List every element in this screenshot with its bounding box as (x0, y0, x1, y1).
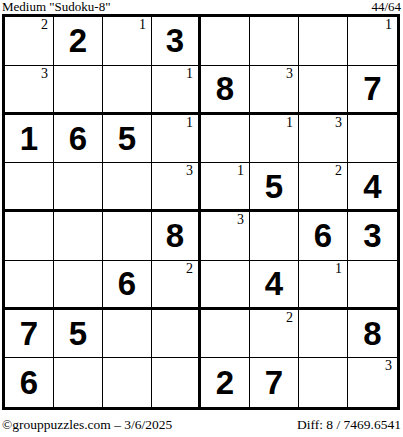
pencil-mark: 1 (237, 163, 244, 179)
pencil-mark: 2 (186, 261, 193, 277)
cell-r3c1[interactable]: 1 (5, 115, 54, 164)
cell-r7c8[interactable]: 8 (348, 310, 397, 359)
pencil-mark: 3 (385, 358, 392, 374)
cell-r4c8[interactable]: 4 (348, 163, 397, 212)
cell-r8c5[interactable]: 2 (201, 358, 250, 407)
pencil-mark: 3 (41, 66, 48, 82)
given-digit: 7 (265, 366, 283, 399)
cell-r1c8[interactable]: 1 (348, 17, 397, 66)
cell-r2c3[interactable] (103, 66, 152, 115)
cell-r5c5[interactable]: 3 (201, 212, 250, 261)
cell-r1c6[interactable] (250, 17, 299, 66)
cell-r3c8[interactable] (348, 115, 397, 164)
cell-r8c4[interactable] (152, 358, 201, 407)
cell-r7c4[interactable] (152, 310, 201, 359)
pencil-mark: 1 (286, 115, 293, 131)
cell-r1c1[interactable]: 2 (5, 17, 54, 66)
cell-r3c5[interactable] (201, 115, 250, 164)
cell-r7c3[interactable] (103, 310, 152, 359)
pencil-mark: 1 (385, 17, 392, 33)
pencil-mark: 2 (41, 17, 48, 33)
cell-r6c7[interactable]: 1 (299, 261, 348, 310)
cell-r3c7[interactable]: 3 (299, 115, 348, 164)
cell-r3c2[interactable]: 6 (54, 115, 103, 164)
cell-r6c5[interactable] (201, 261, 250, 310)
given-digit: 6 (118, 267, 136, 300)
pencil-mark: 1 (186, 66, 193, 82)
cell-r4c6[interactable]: 5 (250, 163, 299, 212)
cell-r8c7[interactable] (299, 358, 348, 407)
cell-r7c1[interactable]: 7 (5, 310, 54, 359)
given-digit: 8 (216, 72, 234, 105)
cell-r1c5[interactable] (201, 17, 250, 66)
cell-r3c6[interactable]: 1 (250, 115, 299, 164)
cell-r4c2[interactable] (54, 163, 103, 212)
pencil-mark: 2 (286, 310, 293, 326)
given-digit: 5 (69, 317, 87, 350)
cell-r1c4[interactable]: 3 (152, 17, 201, 66)
given-digit: 1 (20, 122, 38, 155)
cell-r2c4[interactable]: 1 (152, 66, 201, 115)
cell-r5c3[interactable] (103, 212, 152, 261)
cell-r2c8[interactable]: 7 (348, 66, 397, 115)
cell-r3c4[interactable]: 1 (152, 115, 201, 164)
cell-r8c8[interactable]: 3 (348, 358, 397, 407)
progress-counter: 44/64 (371, 0, 401, 13)
cell-r6c2[interactable] (54, 261, 103, 310)
cell-r8c3[interactable] (103, 358, 152, 407)
footer: ©grouppuzzles.com – 3/6/2025 Diff: 8 / 7… (2, 417, 401, 432)
given-digit: 4 (265, 267, 283, 300)
given-digit: 8 (166, 219, 184, 252)
sudoku-board: 2213131837165113315248363624175286273 (2, 14, 400, 410)
pencil-mark: 3 (335, 115, 342, 131)
cell-r5c7[interactable]: 6 (299, 212, 348, 261)
cell-r3c3[interactable]: 5 (103, 115, 152, 164)
cell-r8c2[interactable] (54, 358, 103, 407)
cell-r7c7[interactable] (299, 310, 348, 359)
given-digit: 8 (363, 317, 381, 350)
cell-r8c1[interactable]: 6 (5, 358, 54, 407)
cell-r4c4[interactable]: 3 (152, 163, 201, 212)
given-digit: 6 (20, 366, 38, 399)
cell-r6c8[interactable] (348, 261, 397, 310)
cell-r1c7[interactable] (299, 17, 348, 66)
pencil-mark: 1 (335, 261, 342, 277)
given-digit: 5 (118, 122, 136, 155)
cell-r2c1[interactable]: 3 (5, 66, 54, 115)
cell-r7c5[interactable] (201, 310, 250, 359)
cell-r5c8[interactable]: 3 (348, 212, 397, 261)
given-digit: 6 (69, 122, 87, 155)
pencil-mark: 1 (139, 17, 146, 33)
given-digit: 5 (265, 170, 283, 203)
cell-r5c1[interactable] (5, 212, 54, 261)
pencil-mark: 3 (186, 163, 193, 179)
cell-r2c6[interactable]: 3 (250, 66, 299, 115)
cell-r7c2[interactable]: 5 (54, 310, 103, 359)
pencil-mark: 3 (237, 212, 244, 228)
copyright-text: ©grouppuzzles.com – 3/6/2025 (2, 417, 172, 432)
cell-r6c4[interactable]: 2 (152, 261, 201, 310)
cell-r2c5[interactable]: 8 (201, 66, 250, 115)
cell-r6c6[interactable]: 4 (250, 261, 299, 310)
pencil-mark: 3 (286, 66, 293, 82)
cell-r4c3[interactable] (103, 163, 152, 212)
puzzle-title: Medium "Sudoku-8" (2, 0, 110, 13)
given-digit: 7 (363, 72, 381, 105)
cell-r4c1[interactable] (5, 163, 54, 212)
cell-r5c6[interactable] (250, 212, 299, 261)
cell-r5c4[interactable]: 8 (152, 212, 201, 261)
cell-r4c5[interactable]: 1 (201, 163, 250, 212)
pencil-mark: 2 (335, 163, 342, 179)
difficulty-text: Diff: 8 / 7469.6541 (297, 417, 401, 432)
cell-r7c6[interactable]: 2 (250, 310, 299, 359)
cell-r2c7[interactable] (299, 66, 348, 115)
cell-r1c3[interactable]: 1 (103, 17, 152, 66)
given-digit: 3 (363, 219, 381, 252)
given-digit: 7 (20, 317, 38, 350)
cell-r6c1[interactable] (5, 261, 54, 310)
header: Medium "Sudoku-8" 44/64 (2, 0, 401, 13)
cell-r5c2[interactable] (54, 212, 103, 261)
given-digit: 6 (314, 219, 332, 252)
pencil-mark: 1 (186, 115, 193, 131)
cell-r8c6[interactable]: 7 (250, 358, 299, 407)
cell-r1c2[interactable]: 2 (54, 17, 103, 66)
cell-r2c2[interactable] (54, 66, 103, 115)
cell-r6c3[interactable]: 6 (103, 261, 152, 310)
given-digit: 3 (166, 24, 184, 57)
given-digit: 2 (69, 24, 87, 57)
given-digit: 4 (363, 170, 381, 203)
cell-r4c7[interactable]: 2 (299, 163, 348, 212)
given-digit: 2 (216, 366, 234, 399)
